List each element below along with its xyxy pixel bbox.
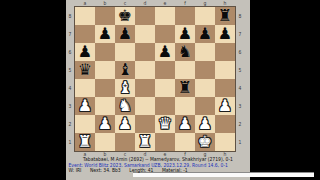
- coord-label-4: 4: [236, 79, 245, 97]
- video-frame[interactable]: ♚♜♟♟♟♟♟♟♟♞♛♝♝♜♟♞♟♟♟♛♟♟♜♜♚ ♟ abcdefgh abc…: [0, 0, 320, 180]
- length-stat: Length: 41: [129, 168, 153, 173]
- coord-label-7: 7: [66, 25, 75, 43]
- coord-label-2: 2: [236, 115, 245, 133]
- coord-label-f: f: [175, 1, 195, 7]
- coord-label-4: 4: [66, 79, 75, 97]
- white-federation-stat: W: IRI: [69, 168, 82, 173]
- coord-label-5: 5: [236, 61, 245, 79]
- players-line: Tabatabaei, M Amin (2692) -- Mamedyarov,…: [66, 157, 250, 162]
- coord-label-b: b: [95, 1, 115, 7]
- coord-label-1: 1: [236, 133, 245, 151]
- coord-label-a: a: [75, 1, 95, 7]
- coord-label-3: 3: [66, 97, 75, 115]
- coord-label-c: c: [115, 1, 135, 7]
- file-labels-top: abcdefgh: [75, 1, 235, 7]
- coord-label-8: 8: [66, 7, 75, 25]
- coord-label-d: d: [135, 1, 155, 7]
- coord-label-1: 1: [66, 133, 75, 151]
- material-stat: Material: -1: [162, 168, 188, 173]
- coord-label-6: 6: [236, 43, 245, 61]
- next-move-stat: Next: 34. Bb3: [90, 168, 121, 173]
- stats-line: W: IRI Next: 34. Bb3 Length: 41 Material…: [69, 168, 188, 173]
- coord-label-5: 5: [66, 61, 75, 79]
- coord-label-h: h: [215, 1, 235, 7]
- coord-label-3: 3: [236, 97, 245, 115]
- coord-label-e: e: [155, 1, 175, 7]
- coord-label-g: g: [195, 1, 215, 7]
- rank-labels-right: 87654321: [236, 7, 245, 151]
- coord-label-2: 2: [66, 115, 75, 133]
- rank-labels-left: 87654321: [66, 7, 75, 151]
- coord-label-6: 6: [66, 43, 75, 61]
- small-text-layer: abcdefgh abcdefgh 87654321 87654321 Taba…: [0, 0, 320, 180]
- coord-label-8: 8: [236, 7, 245, 25]
- coord-label-7: 7: [236, 25, 245, 43]
